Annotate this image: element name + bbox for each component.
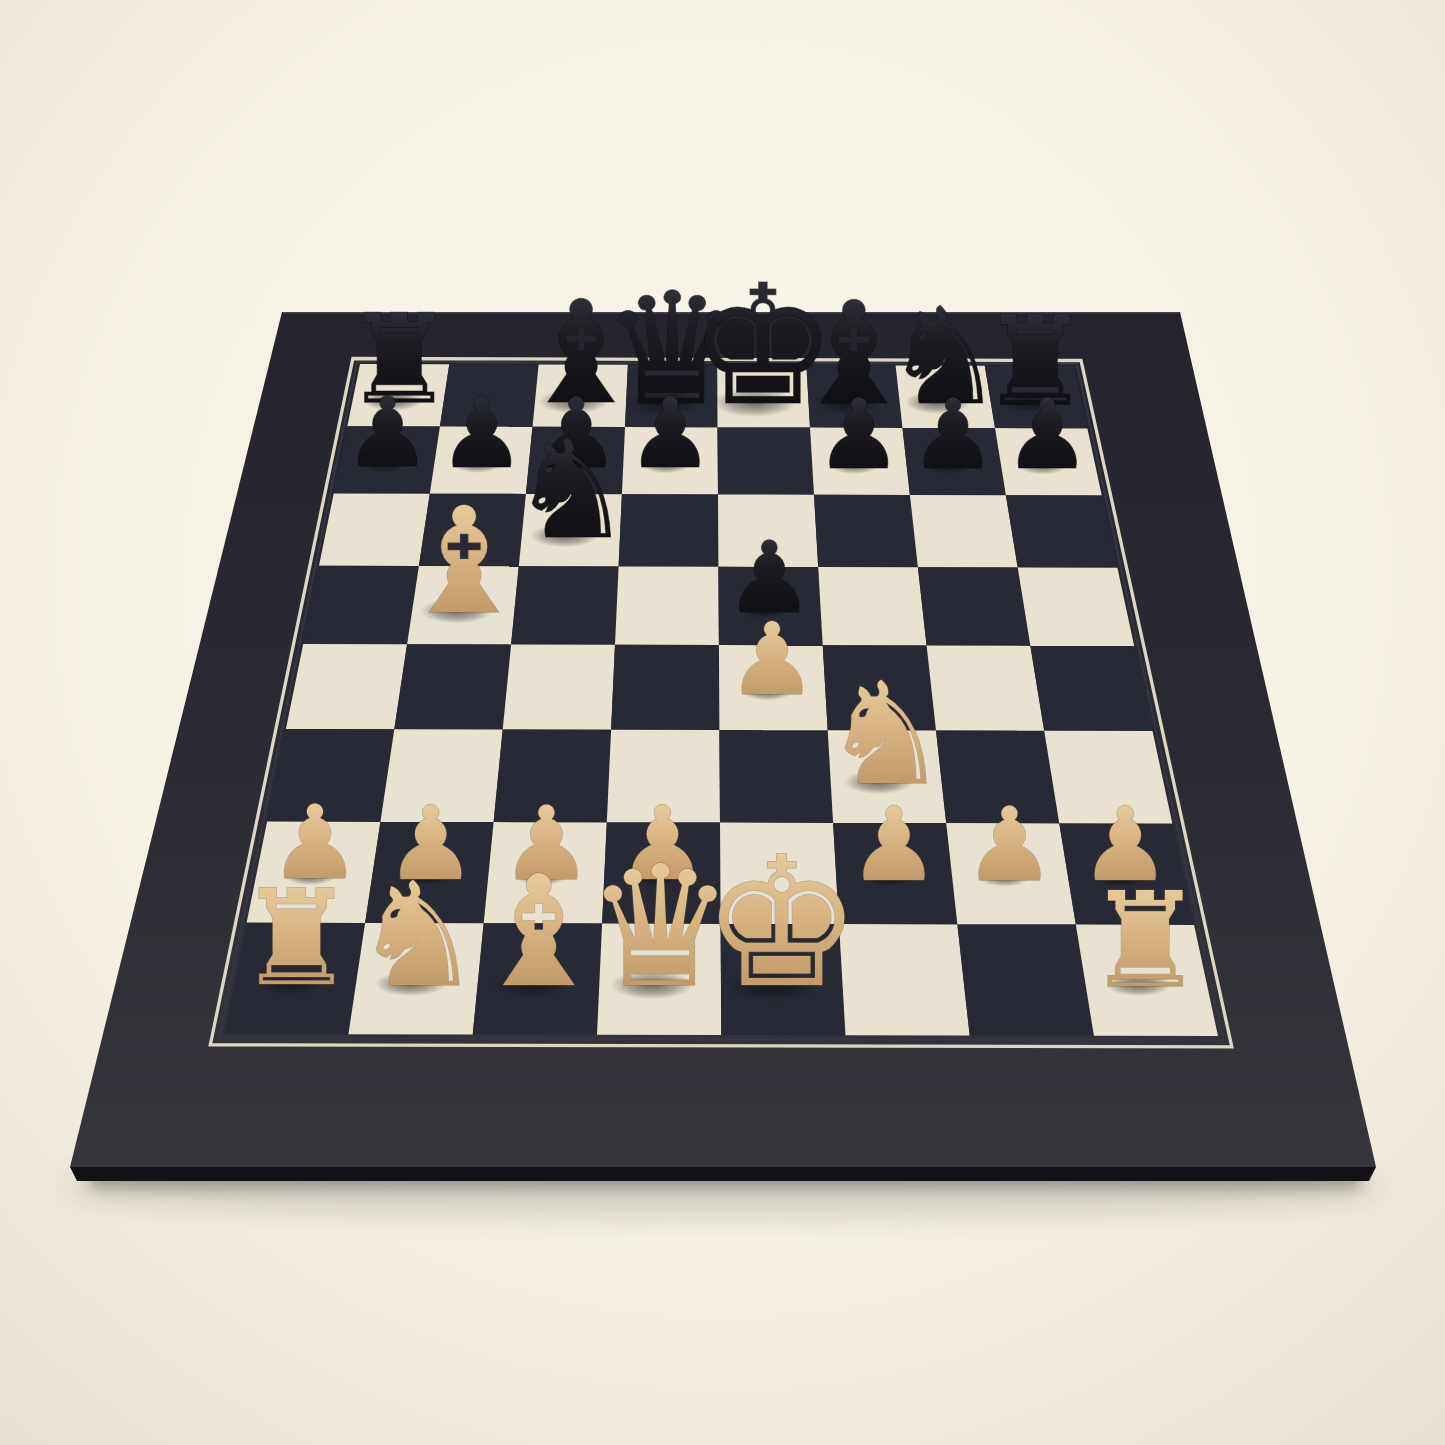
square-g1 (957, 924, 1094, 1035)
black-pawn-a7: ♟ (344, 376, 431, 489)
white-king-e1: ♚ (701, 819, 861, 1027)
square-h4 (1030, 646, 1152, 731)
chessboard: ♜♝♛♚♝♞♜♟♟♟♟♟♟♟♞♝♟♟♞♟♟♟♟♟♟♟♜♞♝♛♚♜ (0, 0, 1445, 1445)
square-g6 (910, 495, 1018, 568)
square-g5 (918, 567, 1031, 646)
square-b4 (394, 644, 511, 729)
square-h6 (1006, 495, 1118, 568)
board-side-face (70, 1167, 1376, 1181)
white-bishop-b5: ♝ (398, 476, 530, 647)
white-rook-a1: ♜ (237, 861, 355, 1015)
black-pawn-g7: ♟ (910, 378, 997, 491)
chess-photo-scene: ♜♝♛♚♝♞♜♟♟♟♟♟♟♟♞♝♟♟♞♟♟♟♟♟♟♟♜♞♝♛♚♜ (0, 0, 1445, 1445)
square-e3 (719, 730, 833, 823)
white-pawn-f2: ♟ (848, 785, 939, 904)
square-d5 (615, 567, 719, 646)
black-pawn-h7: ♟ (1004, 378, 1091, 491)
square-f5 (818, 567, 926, 646)
black-pawn-f7: ♟ (816, 378, 903, 491)
white-pawn-e4: ♟ (727, 601, 817, 718)
square-d4 (611, 645, 719, 730)
square-h5 (1018, 568, 1134, 647)
square-f6 (814, 495, 918, 568)
square-c4 (503, 645, 615, 730)
square-d6 (619, 494, 719, 567)
white-pawn-g2: ♟ (964, 785, 1055, 904)
white-rook-h1: ♜ (1086, 863, 1204, 1017)
white-knight-b1: ♞ (353, 851, 482, 1019)
black-pawn-d7: ♟ (627, 377, 714, 490)
square-a4 (286, 644, 407, 729)
